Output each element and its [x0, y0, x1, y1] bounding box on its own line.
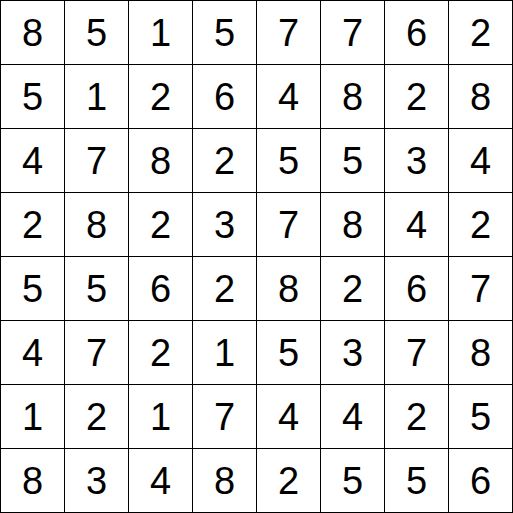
- grid-cell-r6c1[interactable]: 4: [1, 321, 64, 384]
- grid-cell-r1c2[interactable]: 5: [65, 1, 128, 64]
- grid-cell-r2c6[interactable]: 8: [321, 65, 384, 128]
- grid-cell-r1c4[interactable]: 5: [193, 1, 256, 64]
- grid-cell-r4c4[interactable]: 3: [193, 193, 256, 256]
- grid-cell-r3c5[interactable]: 5: [257, 129, 320, 192]
- grid-cell-r1c6[interactable]: 7: [321, 1, 384, 64]
- grid-cell-r8c6[interactable]: 5: [321, 449, 384, 512]
- grid-cell-r5c6[interactable]: 2: [321, 257, 384, 320]
- grid-cell-r1c8[interactable]: 2: [449, 1, 512, 64]
- grid-cell-r6c4[interactable]: 1: [193, 321, 256, 384]
- grid-cell-r6c2[interactable]: 7: [65, 321, 128, 384]
- grid-cell-r7c3[interactable]: 1: [129, 385, 192, 448]
- grid-cell-r3c7[interactable]: 3: [385, 129, 448, 192]
- grid-cell-r5c3[interactable]: 6: [129, 257, 192, 320]
- grid-cell-r3c8[interactable]: 4: [449, 129, 512, 192]
- grid-cell-r8c4[interactable]: 8: [193, 449, 256, 512]
- grid-cell-r4c7[interactable]: 4: [385, 193, 448, 256]
- grid-cell-r2c4[interactable]: 6: [193, 65, 256, 128]
- grid-cell-r8c5[interactable]: 2: [257, 449, 320, 512]
- grid-cell-r4c2[interactable]: 8: [65, 193, 128, 256]
- grid-cell-r5c4[interactable]: 2: [193, 257, 256, 320]
- grid-cell-r3c4[interactable]: 2: [193, 129, 256, 192]
- grid-cell-r6c8[interactable]: 8: [449, 321, 512, 384]
- grid-cell-r3c6[interactable]: 5: [321, 129, 384, 192]
- grid-cell-r7c1[interactable]: 1: [1, 385, 64, 448]
- grid-cell-r3c3[interactable]: 8: [129, 129, 192, 192]
- grid-cell-r6c7[interactable]: 7: [385, 321, 448, 384]
- grid-cell-r5c7[interactable]: 6: [385, 257, 448, 320]
- grid-cell-r8c2[interactable]: 3: [65, 449, 128, 512]
- grid-cell-r2c3[interactable]: 2: [129, 65, 192, 128]
- grid-cell-r4c3[interactable]: 2: [129, 193, 192, 256]
- grid-cell-r7c6[interactable]: 4: [321, 385, 384, 448]
- grid-cell-r5c5[interactable]: 8: [257, 257, 320, 320]
- grid-cell-r5c1[interactable]: 5: [1, 257, 64, 320]
- grid-cell-r6c5[interactable]: 5: [257, 321, 320, 384]
- grid-cell-r4c6[interactable]: 8: [321, 193, 384, 256]
- grid-cell-r7c7[interactable]: 2: [385, 385, 448, 448]
- number-grid-board: 8515776251264828478255342823784255628267…: [0, 0, 513, 513]
- grid-cell-r6c6[interactable]: 3: [321, 321, 384, 384]
- grid-cell-r1c3[interactable]: 1: [129, 1, 192, 64]
- grid-cell-r7c4[interactable]: 7: [193, 385, 256, 448]
- grid-cell-r2c1[interactable]: 5: [1, 65, 64, 128]
- grid-cell-r7c5[interactable]: 4: [257, 385, 320, 448]
- grid-cell-r7c2[interactable]: 2: [65, 385, 128, 448]
- grid-cell-r1c5[interactable]: 7: [257, 1, 320, 64]
- grid-cell-r1c1[interactable]: 8: [1, 1, 64, 64]
- grid-cell-r7c8[interactable]: 5: [449, 385, 512, 448]
- grid-cell-r6c3[interactable]: 2: [129, 321, 192, 384]
- grid-cell-r2c5[interactable]: 4: [257, 65, 320, 128]
- grid-cell-r3c2[interactable]: 7: [65, 129, 128, 192]
- grid-cell-r8c8[interactable]: 6: [449, 449, 512, 512]
- grid-cell-r3c1[interactable]: 4: [1, 129, 64, 192]
- grid-cell-r8c3[interactable]: 4: [129, 449, 192, 512]
- grid-cell-r8c7[interactable]: 5: [385, 449, 448, 512]
- grid-cell-r5c8[interactable]: 7: [449, 257, 512, 320]
- grid-cell-r2c7[interactable]: 2: [385, 65, 448, 128]
- grid-cell-r8c1[interactable]: 8: [1, 449, 64, 512]
- grid-cell-r4c8[interactable]: 2: [449, 193, 512, 256]
- grid-cell-r4c1[interactable]: 2: [1, 193, 64, 256]
- grid-cell-r1c7[interactable]: 6: [385, 1, 448, 64]
- grid-cell-r5c2[interactable]: 5: [65, 257, 128, 320]
- grid-cell-r2c8[interactable]: 8: [449, 65, 512, 128]
- grid-cell-r4c5[interactable]: 7: [257, 193, 320, 256]
- grid-cell-r2c2[interactable]: 1: [65, 65, 128, 128]
